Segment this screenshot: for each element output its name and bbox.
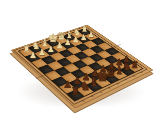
piece-white-pawn-c2[interactable]: ♟ — [72, 36, 79, 44]
piece-white-pawn-e2[interactable]: ♟ — [56, 42, 63, 50]
square-f4[interactable] — [56, 58, 72, 67]
square-e5[interactable] — [72, 60, 88, 69]
coordinate-mark: e — [107, 86, 111, 89]
coordinate-mark: f — [99, 90, 103, 93]
square-f5[interactable] — [63, 63, 79, 72]
coordinate-mark: 3 — [31, 64, 35, 67]
square-h4[interactable] — [38, 64, 54, 74]
coordinate-mark: d — [115, 82, 119, 85]
square-g4[interactable] — [47, 61, 63, 70]
coordinate-mark: 6 — [52, 83, 56, 86]
coordinate-mark: 5 — [45, 76, 49, 79]
piece-white-pawn-f2[interactable]: ♟ — [47, 45, 54, 53]
coordinate-mark: g — [89, 94, 93, 97]
square-g5[interactable] — [54, 67, 70, 77]
coordinate-mark: h — [80, 99, 85, 102]
square-h3[interactable] — [31, 59, 47, 68]
coordinate-mark: b — [131, 74, 135, 77]
square-h5[interactable] — [45, 70, 62, 80]
coordinate-mark: c — [124, 78, 128, 81]
product-photo-stage: abcdefgh abcdefgh 87654321 87654321 ♜♞♟♝… — [0, 0, 160, 120]
piece-white-pawn-g2[interactable]: ♟ — [38, 48, 45, 56]
piece-white-pawn-a2[interactable]: ♟ — [88, 31, 95, 38]
coordinate-mark: 4 — [38, 70, 42, 73]
piece-white-pawn-b2[interactable]: ♟ — [80, 34, 87, 42]
coordinate-mark: a — [139, 71, 143, 74]
piece-black-rook-h8[interactable]: ♜ — [71, 86, 81, 97]
piece-white-pawn-h2[interactable]: ♟ — [29, 51, 37, 59]
piece-white-pawn-d2[interactable]: ♟ — [64, 39, 71, 47]
piece-black-knight-g8[interactable]: ♞ — [80, 81, 91, 93]
